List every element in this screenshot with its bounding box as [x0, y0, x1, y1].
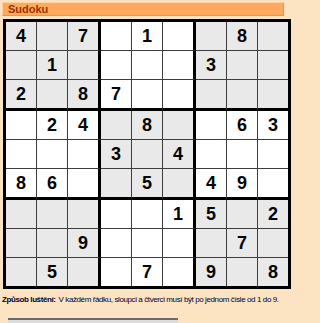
cell-r8c1 [6, 229, 37, 258]
cell-r9c1 [6, 258, 37, 286]
cell-r9c4 [101, 258, 132, 286]
cell-r3c4: 7 [101, 80, 132, 111]
cell-r3c8 [227, 80, 258, 111]
cell-r2c9 [258, 51, 288, 80]
cell-r3c9 [258, 80, 288, 111]
cell-r7c6: 1 [163, 200, 196, 229]
cell-r3c6 [163, 80, 196, 111]
cell-r4c6 [163, 111, 196, 140]
cell-r2c7: 3 [196, 51, 227, 80]
cell-r1c3: 7 [68, 22, 101, 51]
cell-r1c8: 8 [227, 22, 258, 51]
cell-r1c2 [37, 22, 68, 51]
cell-r1c5: 1 [132, 22, 163, 51]
cell-r6c7: 4 [196, 169, 227, 200]
cell-r7c3 [68, 200, 101, 229]
puzzle-title-bar: Sudoku [2, 2, 284, 16]
cell-r8c8: 7 [227, 229, 258, 258]
cell-r8c9 [258, 229, 288, 258]
sudoku-page: Sudoku 471813287248633486549152975798 Zp… [0, 0, 320, 323]
cell-r9c8 [227, 258, 258, 286]
cell-r9c6 [163, 258, 196, 286]
cell-r8c6 [163, 229, 196, 258]
cell-r3c3: 8 [68, 80, 101, 111]
cell-r9c7: 9 [196, 258, 227, 286]
cell-r5c1 [6, 140, 37, 169]
cell-r7c1 [6, 200, 37, 229]
cell-r2c3 [68, 51, 101, 80]
cell-r6c6 [163, 169, 196, 200]
cell-r1c9 [258, 22, 288, 51]
cell-r4c8: 6 [227, 111, 258, 140]
cell-r9c3 [68, 258, 101, 286]
cell-r4c3: 4 [68, 111, 101, 140]
cell-r9c9: 8 [258, 258, 288, 286]
cell-r8c7 [196, 229, 227, 258]
cell-r5c7 [196, 140, 227, 169]
cell-r9c2: 5 [37, 258, 68, 286]
instructions-body: V každém řádku, sloupci a čtverci musí b… [59, 295, 279, 304]
cell-r7c8 [227, 200, 258, 229]
cell-r5c5 [132, 140, 163, 169]
cell-r3c7 [196, 80, 227, 111]
cell-r6c4 [101, 169, 132, 200]
puzzle-title: Sudoku [8, 3, 48, 15]
cell-r3c1: 2 [6, 80, 37, 111]
cell-r4c9: 3 [258, 111, 288, 140]
cell-r1c1: 4 [6, 22, 37, 51]
cell-r7c5 [132, 200, 163, 229]
cell-r5c9 [258, 140, 288, 169]
cell-r4c4 [101, 111, 132, 140]
cell-r8c2 [37, 229, 68, 258]
cell-r9c5: 7 [132, 258, 163, 286]
cell-r8c4 [101, 229, 132, 258]
cell-r2c8 [227, 51, 258, 80]
cell-r5c2 [37, 140, 68, 169]
cell-r3c5 [132, 80, 163, 111]
cell-r7c4 [101, 200, 132, 229]
cell-r1c7 [196, 22, 227, 51]
cell-r1c6 [163, 22, 196, 51]
cutoff-element-top-edge [8, 318, 178, 323]
cell-r5c6: 4 [163, 140, 196, 169]
cell-r7c7: 5 [196, 200, 227, 229]
cell-r6c1: 8 [6, 169, 37, 200]
cell-r5c3 [68, 140, 101, 169]
cell-r2c2: 1 [37, 51, 68, 80]
cell-r2c1 [6, 51, 37, 80]
cell-r8c5 [132, 229, 163, 258]
cell-r4c1 [6, 111, 37, 140]
cell-r8c3: 9 [68, 229, 101, 258]
cell-r6c2: 6 [37, 169, 68, 200]
sudoku-grid: 471813287248633486549152975798 [3, 19, 291, 289]
cell-r4c7 [196, 111, 227, 140]
cell-r6c3 [68, 169, 101, 200]
cell-r2c6 [163, 51, 196, 80]
cell-r6c5: 5 [132, 169, 163, 200]
cell-r4c2: 2 [37, 111, 68, 140]
cell-r2c5 [132, 51, 163, 80]
cell-r5c4: 3 [101, 140, 132, 169]
instructions-text: Způsob luštění:V každém řádku, sloupci a… [2, 295, 320, 304]
cell-r3c2 [37, 80, 68, 111]
cell-r4c5: 8 [132, 111, 163, 140]
cell-r7c9: 2 [258, 200, 288, 229]
cell-r1c4 [101, 22, 132, 51]
cell-r6c8: 9 [227, 169, 258, 200]
instructions-label: Způsob luštění: [2, 295, 56, 304]
cell-r7c2 [37, 200, 68, 229]
cell-r5c8 [227, 140, 258, 169]
cell-r2c4 [101, 51, 132, 80]
cell-r6c9 [258, 169, 288, 200]
